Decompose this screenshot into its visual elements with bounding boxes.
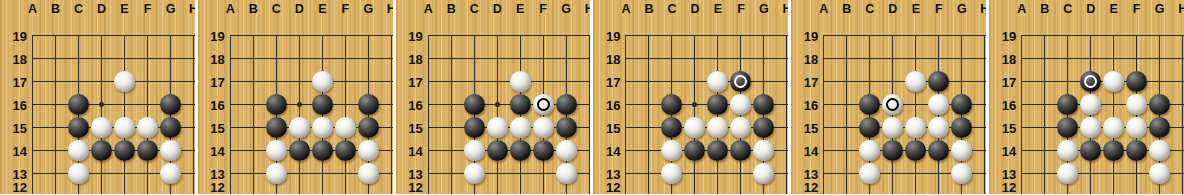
- col-label-F: F: [935, 2, 943, 16]
- grid-line-h: [428, 104, 440, 105]
- intersection-H13: [182, 162, 195, 185]
- grid-line-v: [497, 185, 498, 194]
- intersection-C12: [265, 185, 288, 194]
- intersection-F14: [334, 139, 357, 162]
- intersection-G16: [357, 93, 380, 116]
- grid-line-v: [32, 185, 33, 194]
- black-stone-E14: [1103, 140, 1124, 161]
- intersection-C18: [265, 47, 288, 70]
- grid-line-v: [170, 70, 171, 93]
- grid-line-v: [1021, 139, 1022, 162]
- grid-line-h: [428, 173, 440, 174]
- grid-line-h: [625, 150, 637, 151]
- intersection-D15: [90, 116, 113, 139]
- grid-line-v: [1159, 47, 1160, 70]
- go-diagram-strip: ABCDEFGH1918171615141312 ABCDEFGH1918171…: [0, 0, 1184, 194]
- black-stone-D14: [91, 140, 112, 161]
- col-label-C: C: [74, 2, 83, 16]
- intersection-H17: [182, 70, 195, 93]
- intersection-D17: [1079, 70, 1102, 93]
- white-stone-G14: [358, 140, 379, 161]
- col-label-G: G: [166, 2, 176, 16]
- grid-line-h: [625, 173, 637, 174]
- grid-line-v: [1067, 70, 1068, 93]
- go-board: [812, 24, 986, 194]
- grid-line-v: [763, 35, 764, 47]
- white-stone-F16: [928, 94, 949, 115]
- intersection-C13: [1056, 162, 1079, 185]
- grid-line-v: [961, 35, 962, 47]
- grid-line-v: [520, 47, 521, 70]
- grid-line-h: [1021, 58, 1033, 59]
- intersection-F17: [532, 70, 555, 93]
- intersection-F12: [334, 185, 357, 194]
- grid-line-v: [230, 116, 231, 139]
- intersection-D12: [288, 185, 311, 194]
- grid-line-h: [823, 81, 835, 82]
- grid-line-v: [1182, 116, 1183, 139]
- grid-line-v: [786, 35, 787, 47]
- grid-line-v: [193, 93, 194, 116]
- black-stone-F14: [928, 140, 949, 161]
- grid-line-v: [1044, 93, 1045, 116]
- intersection-F18: [334, 47, 357, 70]
- intersection-C19: [1056, 24, 1079, 47]
- intersection-H19: [775, 24, 788, 47]
- intersection-C15: [463, 116, 486, 139]
- intersection-F13: [927, 162, 950, 185]
- grid-line-v: [451, 70, 452, 93]
- white-stone-F15: [335, 117, 356, 138]
- grid-line-v: [786, 116, 787, 139]
- grid-line-v: [253, 47, 254, 70]
- intersection-B18: [637, 47, 660, 70]
- col-label-D: D: [1086, 2, 1095, 16]
- grid-line-v: [543, 47, 544, 70]
- intersection-E18: [904, 47, 927, 70]
- intersection-C18: [67, 47, 90, 70]
- grid-line-v: [915, 93, 916, 116]
- intersection-D16: [486, 93, 509, 116]
- row-label-14: 14: [794, 143, 818, 158]
- grid-line-v: [299, 185, 300, 194]
- row-label-17: 17: [794, 74, 818, 89]
- intersection-H14: [182, 139, 195, 162]
- intersection-F16: [927, 93, 950, 116]
- white-stone-C13: [266, 163, 287, 184]
- grid-line-v: [253, 185, 254, 194]
- intersection-C12: [858, 185, 881, 194]
- intersection-E15: [113, 116, 136, 139]
- white-stone-F15: [928, 117, 949, 138]
- intersection-E17: [904, 70, 927, 93]
- grid-line-v: [170, 185, 171, 194]
- col-label-C: C: [667, 2, 676, 16]
- grid-line-v: [32, 93, 33, 116]
- grid-line-v: [55, 162, 56, 185]
- intersection-G14: [950, 139, 973, 162]
- grid-line-v: [915, 35, 916, 47]
- grid-line-v: [428, 93, 429, 116]
- white-stone-E15: [312, 117, 333, 138]
- grid-line-v: [589, 185, 590, 194]
- grid-line-v: [193, 47, 194, 70]
- intersection-E14: [509, 139, 532, 162]
- intersection-B16: [44, 93, 67, 116]
- grid-line-h: [230, 127, 242, 128]
- intersection-E14: [1102, 139, 1125, 162]
- intersection-E18: [113, 47, 136, 70]
- grid-line-v: [1159, 70, 1160, 93]
- intersection-B14: [440, 139, 463, 162]
- grid-line-h: [32, 150, 44, 151]
- row-label-12: 12: [794, 180, 818, 195]
- grid-line-v: [147, 70, 148, 93]
- grid-line-h: [823, 173, 835, 174]
- black-stone-D14: [684, 140, 705, 161]
- intersection-H16: [973, 93, 986, 116]
- intersection-G18: [357, 47, 380, 70]
- intersection-B15: [44, 116, 67, 139]
- grid-line-v: [55, 47, 56, 70]
- grid-line-v: [1044, 70, 1045, 93]
- col-label-B: B: [1040, 2, 1049, 16]
- intersection-C19: [858, 24, 881, 47]
- grid-line-v: [253, 162, 254, 185]
- grid-line-v: [451, 139, 452, 162]
- intersection-E14: [706, 139, 729, 162]
- intersection-F16: [136, 93, 159, 116]
- grid-line-v: [253, 35, 254, 47]
- intersection-B12: [242, 185, 265, 194]
- intersection-H15: [578, 116, 591, 139]
- grid-line-v: [55, 93, 56, 116]
- intersection-F19: [1125, 24, 1148, 47]
- grid-line-v: [147, 185, 148, 194]
- grid-line-v: [193, 35, 194, 47]
- intersection-E19: [113, 24, 136, 47]
- intersection-B18: [1033, 47, 1056, 70]
- black-stone-E16: [510, 94, 531, 115]
- white-stone-E17: [707, 71, 728, 92]
- intersection-B16: [835, 93, 858, 116]
- intersection-F17: [136, 70, 159, 93]
- intersection-F17: [1125, 70, 1148, 93]
- grid-line-v: [193, 70, 194, 93]
- white-stone-E15: [707, 117, 728, 138]
- intersection-F14: [1125, 139, 1148, 162]
- intersection-F17: [729, 70, 752, 93]
- row-label-19: 19: [3, 28, 27, 43]
- intersection-F17: [334, 70, 357, 93]
- grid-line-v: [299, 162, 300, 185]
- black-stone-C15: [464, 117, 485, 138]
- grid-line-v: [740, 35, 741, 47]
- grid-line-v: [984, 116, 985, 139]
- intersection-G19: [950, 24, 973, 47]
- grid-line-v: [625, 139, 626, 162]
- intersection-G14: [159, 139, 182, 162]
- white-stone-G14: [951, 140, 972, 161]
- grid-line-v: [823, 47, 824, 70]
- col-label-G: G: [1155, 2, 1165, 16]
- grid-line-v: [78, 70, 79, 93]
- intersection-C13: [858, 162, 881, 185]
- intersection-E12: [904, 185, 927, 194]
- col-label-E: E: [318, 2, 326, 16]
- intersection-D17: [486, 70, 509, 93]
- row-label-17: 17: [399, 74, 423, 89]
- intersection-D13: [683, 162, 706, 185]
- grid-line-v: [322, 47, 323, 70]
- white-stone-G14: [160, 140, 181, 161]
- intersection-H19: [182, 24, 195, 47]
- grid-line-v: [846, 139, 847, 162]
- grid-line-h: [625, 58, 637, 59]
- intersection-D19: [1079, 24, 1102, 47]
- grid-line-h: [32, 104, 44, 105]
- intersection-E12: [509, 185, 532, 194]
- intersection-H18: [973, 47, 986, 70]
- grid-line-v: [230, 47, 231, 70]
- intersection-C19: [660, 24, 683, 47]
- intersection-D18: [486, 47, 509, 70]
- grid-line-v: [299, 70, 300, 93]
- grid-line-v: [391, 162, 392, 185]
- intersection-H15: [380, 116, 393, 139]
- grid-line-h: [625, 127, 637, 128]
- black-stone-C16: [859, 94, 880, 115]
- black-stone-F14: [533, 140, 554, 161]
- grid-line-v: [938, 35, 939, 47]
- intersection-F14: [532, 139, 555, 162]
- go-board: [21, 24, 195, 194]
- black-stone-G16: [753, 94, 774, 115]
- grid-line-v: [846, 70, 847, 93]
- grid-line-v: [717, 185, 718, 194]
- grid-line-v: [589, 35, 590, 47]
- intersection-G17: [950, 70, 973, 93]
- black-stone-F14: [335, 140, 356, 161]
- intersection-C17: [463, 70, 486, 93]
- grid-line-v: [846, 116, 847, 139]
- intersection-G16: [555, 93, 578, 116]
- intersection-C12: [67, 185, 90, 194]
- intersection-B17: [835, 70, 858, 93]
- intersection-D17: [288, 70, 311, 93]
- intersection-D14: [881, 139, 904, 162]
- intersection-E16: [706, 93, 729, 116]
- black-stone-G15: [951, 117, 972, 138]
- intersection-H19: [578, 24, 591, 47]
- col-label-A: A: [621, 2, 630, 16]
- intersection-C13: [463, 162, 486, 185]
- white-stone-D16: [882, 94, 903, 115]
- intersection-H18: [380, 47, 393, 70]
- intersection-E14: [904, 139, 927, 162]
- grid-line-h: [625, 104, 637, 105]
- intersection-C16: [463, 93, 486, 116]
- grid-line-v: [32, 35, 33, 47]
- grid-line-v: [428, 70, 429, 93]
- intersection-G16: [950, 93, 973, 116]
- intersection-B17: [637, 70, 660, 93]
- grid-line-v: [520, 35, 521, 47]
- intersection-E18: [706, 47, 729, 70]
- board-panel-5: ABCDEFGH1918171615141312: [791, 0, 986, 194]
- grid-line-v: [1113, 162, 1114, 185]
- grid-line-v: [124, 162, 125, 185]
- intersection-G15: [950, 116, 973, 139]
- grid-line-v: [230, 162, 231, 185]
- intersection-F19: [334, 24, 357, 47]
- grid-line-v: [193, 185, 194, 194]
- intersection-C14: [660, 139, 683, 162]
- grid-line-v: [1182, 35, 1183, 47]
- grid-line-h: [230, 173, 242, 174]
- grid-line-v: [1182, 70, 1183, 93]
- intersection-D18: [1079, 47, 1102, 70]
- grid-line-v: [892, 35, 893, 47]
- intersection-E13: [706, 162, 729, 185]
- grid-line-v: [451, 116, 452, 139]
- grid-line-v: [1021, 35, 1022, 47]
- col-label-B: B: [842, 2, 851, 16]
- grid-line-v: [32, 47, 33, 70]
- white-stone-C13: [859, 163, 880, 184]
- intersection-H17: [578, 70, 591, 93]
- grid-line-v: [648, 35, 649, 47]
- col-label-F: F: [539, 2, 547, 16]
- intersection-C16: [660, 93, 683, 116]
- grid-line-v: [55, 139, 56, 162]
- intersection-C17: [858, 70, 881, 93]
- row-label-12: 12: [201, 180, 225, 195]
- intersection-D17: [683, 70, 706, 93]
- col-label-G: G: [561, 2, 571, 16]
- grid-line-v: [345, 93, 346, 116]
- col-label-H: H: [1178, 2, 1184, 16]
- grid-line-v: [694, 47, 695, 70]
- intersection-F18: [136, 47, 159, 70]
- white-stone-F16: [533, 94, 554, 115]
- white-stone-F16: [1126, 94, 1147, 115]
- intersection-H17: [775, 70, 788, 93]
- row-label-15: 15: [794, 120, 818, 135]
- white-stone-C14: [1057, 140, 1078, 161]
- grid-line-v: [428, 116, 429, 139]
- intersection-G15: [159, 116, 182, 139]
- intersection-B12: [1033, 185, 1056, 194]
- go-board: [219, 24, 393, 194]
- intersection-D14: [90, 139, 113, 162]
- intersection-G16: [159, 93, 182, 116]
- intersection-B13: [44, 162, 67, 185]
- grid-line-v: [846, 47, 847, 70]
- intersection-F18: [927, 47, 950, 70]
- grid-line-v: [625, 116, 626, 139]
- grid-line-v: [846, 35, 847, 47]
- grid-line-v: [823, 139, 824, 162]
- row-label-12: 12: [399, 180, 423, 195]
- intersection-C17: [660, 70, 683, 93]
- intersection-C17: [265, 70, 288, 93]
- grid-line-h: [428, 81, 440, 82]
- grid-line-v: [299, 47, 300, 70]
- intersection-H16: [1171, 93, 1184, 116]
- intersection-G14: [752, 139, 775, 162]
- col-label-H: H: [387, 2, 393, 16]
- grid-line-v: [671, 70, 672, 93]
- grid-line-v: [1044, 139, 1045, 162]
- intersection-H13: [973, 162, 986, 185]
- grid-line-h: [230, 58, 242, 59]
- grid-line-v: [368, 35, 369, 47]
- intersection-H17: [973, 70, 986, 93]
- intersection-C15: [1056, 116, 1079, 139]
- intersection-G12: [950, 185, 973, 194]
- intersection-E12: [706, 185, 729, 194]
- grid-line-v: [1090, 185, 1091, 194]
- white-stone-F15: [1126, 117, 1147, 138]
- intersection-G15: [1148, 116, 1171, 139]
- grid-line-v: [740, 162, 741, 185]
- col-label-D: D: [97, 2, 106, 16]
- intersection-D17: [90, 70, 113, 93]
- grid-line-v: [694, 162, 695, 185]
- grid-line-v: [984, 47, 985, 70]
- intersection-D13: [288, 162, 311, 185]
- grid-line-h: [230, 150, 242, 151]
- intersection-E16: [311, 93, 334, 116]
- intersection-H13: [1171, 162, 1184, 185]
- grid-line-v: [589, 93, 590, 116]
- row-label-19: 19: [596, 28, 620, 43]
- intersection-H19: [973, 24, 986, 47]
- intersection-B13: [242, 162, 265, 185]
- intersection-F15: [532, 116, 555, 139]
- grid-line-v: [786, 93, 787, 116]
- grid-line-h: [625, 35, 637, 36]
- intersection-H14: [578, 139, 591, 162]
- grid-line-v: [1021, 116, 1022, 139]
- grid-line-h: [32, 81, 44, 82]
- intersection-G13: [752, 162, 775, 185]
- row-label-14: 14: [399, 143, 423, 158]
- grid-line-v: [474, 70, 475, 93]
- grid-line-v: [671, 185, 672, 194]
- grid-line-v: [474, 185, 475, 194]
- grid-line-v: [345, 47, 346, 70]
- col-label-E: E: [1109, 2, 1117, 16]
- black-stone-G15: [358, 117, 379, 138]
- grid-line-v: [625, 47, 626, 70]
- black-stone-C15: [68, 117, 89, 138]
- intersection-E18: [311, 47, 334, 70]
- grid-line-v: [32, 70, 33, 93]
- grid-line-v: [345, 70, 346, 93]
- intersection-G14: [1148, 139, 1171, 162]
- grid-line-v: [101, 70, 102, 93]
- grid-line-h: [1021, 173, 1033, 174]
- intersection-B15: [835, 116, 858, 139]
- grid-line-h: [1021, 127, 1033, 128]
- black-stone-F17: [1126, 71, 1147, 92]
- intersection-H15: [973, 116, 986, 139]
- black-stone-G15: [160, 117, 181, 138]
- grid-line-h: [230, 81, 242, 82]
- intersection-B15: [242, 116, 265, 139]
